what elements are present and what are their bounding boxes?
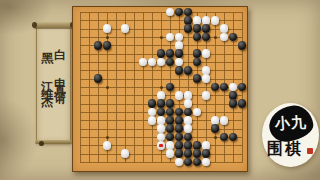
white-stone: [184, 116, 193, 125]
white-stone: [175, 58, 184, 67]
black-stone: [184, 66, 193, 75]
white-stone: [121, 149, 130, 158]
black-stone: [166, 99, 175, 108]
go-board: [72, 6, 248, 172]
black-stone: [238, 41, 247, 50]
star-point: [160, 86, 163, 89]
black-stone: [202, 24, 211, 33]
star-point: [106, 86, 109, 89]
player-names-scroll: 白 申真谞 黑 江维杰: [36, 24, 71, 143]
black-stone: [148, 99, 157, 108]
white-stone: [157, 91, 166, 100]
white-stone: [193, 16, 202, 25]
white-stone: [166, 149, 175, 158]
white-stone: [121, 24, 130, 33]
black-stone: [229, 133, 238, 142]
white-stone: [157, 116, 166, 125]
black-stone: [103, 41, 112, 50]
black-stone: [184, 8, 193, 17]
black-stone: [220, 83, 229, 92]
black-stone: [238, 83, 247, 92]
white-stone: [175, 41, 184, 50]
black-stone: [229, 33, 238, 42]
black-stone: [184, 133, 193, 142]
white-stone: [175, 91, 184, 100]
white-stone: [229, 83, 238, 92]
black-stone: [94, 74, 103, 83]
white-stone: [220, 33, 229, 42]
white-stone: [184, 91, 193, 100]
star-point: [160, 36, 163, 39]
black-stone: [175, 66, 184, 75]
black-stone: [175, 8, 184, 17]
white-stone: [148, 116, 157, 125]
black-stone: [157, 49, 166, 58]
white-stone: [202, 66, 211, 75]
black-stone: [166, 83, 175, 92]
white-stone: [166, 8, 175, 17]
white-stone: [103, 141, 112, 150]
black-stone: [211, 124, 220, 133]
logo-text-top: 小九: [274, 113, 307, 134]
black-stone: [202, 149, 211, 158]
black-stone: [157, 99, 166, 108]
black-stone: [184, 158, 193, 167]
white-stone: [184, 99, 193, 108]
white-stone: [148, 58, 157, 67]
white-stone: [202, 91, 211, 100]
black-stone: [166, 124, 175, 133]
black-stone: [175, 108, 184, 117]
grid-line-h: [80, 162, 243, 163]
white-stone: [166, 33, 175, 42]
white-stone: [166, 141, 175, 150]
star-point: [106, 136, 109, 139]
last-move-marker: [159, 144, 163, 148]
black-stone: [184, 108, 193, 117]
black-stone: [175, 116, 184, 125]
black-stone: [211, 83, 220, 92]
black-stone: [94, 41, 103, 50]
black-stone: [184, 16, 193, 25]
black-stone: [166, 116, 175, 125]
black-stone: [175, 141, 184, 150]
black-stone: [202, 33, 211, 42]
logo-text-bottom: 围棋: [267, 139, 303, 160]
white-stone: [175, 33, 184, 42]
white-stone: [211, 116, 220, 125]
star-point: [214, 136, 217, 139]
black-stone: [238, 99, 247, 108]
black-stone: [193, 58, 202, 67]
black-stone: [166, 49, 175, 58]
white-stone: [175, 158, 184, 167]
white-stone: [157, 58, 166, 67]
star-point: [214, 36, 217, 39]
black-stone: [175, 149, 184, 158]
black-stone: [175, 133, 184, 142]
white-stone: [220, 24, 229, 33]
black-stone: [184, 149, 193, 158]
black-stone: [193, 24, 202, 33]
white-stone: [157, 133, 166, 142]
white-stone: [202, 74, 211, 83]
black-stone: [193, 33, 202, 42]
black-stone: [229, 91, 238, 100]
black-player-label: 黑 江维杰: [40, 43, 54, 92]
white-stone: [211, 16, 220, 25]
video-thumbnail: 白 申真谞 黑 江维杰 小九 围棋: [0, 0, 320, 180]
grid-line-h: [80, 154, 243, 155]
black-stone: [175, 49, 184, 58]
black-stone: [193, 49, 202, 58]
white-stone: [148, 108, 157, 117]
black-stone: [175, 124, 184, 133]
black-stone: [193, 149, 202, 158]
black-stone: [193, 74, 202, 83]
white-stone: [220, 116, 229, 125]
white-stone: [202, 158, 211, 167]
white-stone: [202, 141, 211, 150]
white-player-label: 白 申真谞: [53, 39, 67, 88]
black-stone: [184, 141, 193, 150]
black-stone: [166, 108, 175, 117]
white-stone: [139, 58, 148, 67]
black-stone: [166, 58, 175, 67]
black-stone: [166, 133, 175, 142]
black-stone: [157, 108, 166, 117]
white-stone: [202, 16, 211, 25]
black-stone: [220, 133, 229, 142]
white-stone: [103, 24, 112, 33]
scroll-top-roller: [33, 22, 74, 28]
black-stone: [184, 24, 193, 33]
white-stone: [193, 108, 202, 117]
black-stone: [229, 99, 238, 108]
black-stone: [193, 158, 202, 167]
black-stone: [193, 141, 202, 150]
logo-red-seal: [307, 148, 313, 154]
white-stone: [184, 124, 193, 133]
scroll-knob: [39, 141, 44, 146]
white-stone: [157, 124, 166, 133]
channel-logo: 小九 围棋: [262, 103, 319, 167]
star-point: [106, 36, 109, 39]
white-stone: [202, 49, 211, 58]
